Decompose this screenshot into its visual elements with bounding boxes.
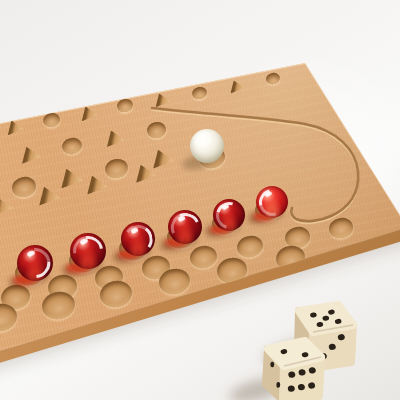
front-die[interactable] (266, 341, 321, 400)
die-pip (270, 362, 274, 368)
board-game-photo (0, 0, 400, 400)
die-face-top (268, 341, 321, 366)
wooden-dice[interactable] (0, 0, 400, 400)
die-pip (276, 382, 280, 388)
